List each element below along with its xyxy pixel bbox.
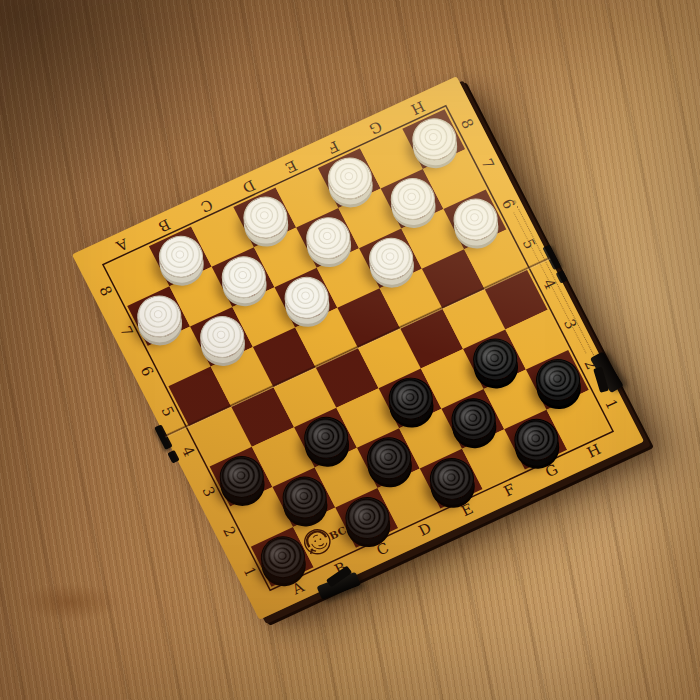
checkers-board: ABCDEFGH 87654321 87654321 ABCDEFGH ВСП xyxy=(72,76,644,620)
wood-table: ABCDEFGH 87654321 87654321 ABCDEFGH ВСП xyxy=(0,0,700,700)
board-rotation-wrap: ABCDEFGH 87654321 87654321 ABCDEFGH ВСП xyxy=(72,76,644,620)
